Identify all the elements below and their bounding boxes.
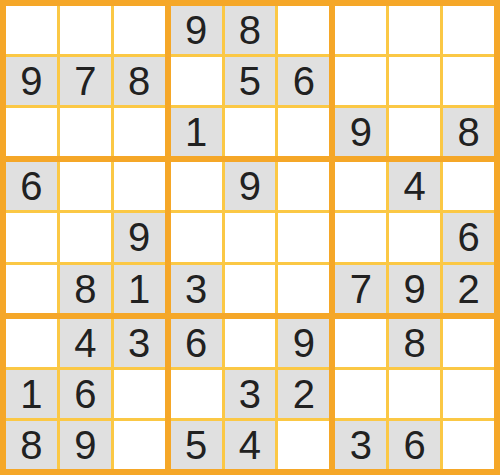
- cell-r3c9: 8: [443, 108, 494, 156]
- cell-r5c8[interactable]: [389, 213, 440, 261]
- sudoku-board: 978985619869819346792431689693254836: [0, 0, 500, 475]
- cell-r2c9[interactable]: [443, 57, 494, 105]
- cell-r4c6[interactable]: [278, 162, 329, 210]
- cell-r6c2: 8: [60, 265, 111, 313]
- block-7: 431689: [6, 319, 165, 469]
- cell-r5c6[interactable]: [278, 213, 329, 261]
- cell-r3c6[interactable]: [278, 108, 329, 156]
- block-6: 46792: [335, 162, 494, 312]
- cell-r8c5: 3: [225, 370, 276, 418]
- cell-r1c9[interactable]: [443, 6, 494, 54]
- cell-r7c5[interactable]: [225, 319, 276, 367]
- block-2: 98561: [171, 6, 330, 156]
- cell-r7c3: 3: [114, 319, 165, 367]
- cell-r3c4: 1: [171, 108, 222, 156]
- cell-r8c1: 1: [6, 370, 57, 418]
- cell-r5c2[interactable]: [60, 213, 111, 261]
- cell-r1c1[interactable]: [6, 6, 57, 54]
- cell-r5c1[interactable]: [6, 213, 57, 261]
- cell-r4c9[interactable]: [443, 162, 494, 210]
- cell-r3c2[interactable]: [60, 108, 111, 156]
- cell-r5c5[interactable]: [225, 213, 276, 261]
- cell-r4c5: 9: [225, 162, 276, 210]
- cell-r4c1: 6: [6, 162, 57, 210]
- cell-r7c4: 6: [171, 319, 222, 367]
- cell-r4c2[interactable]: [60, 162, 111, 210]
- cell-r6c1[interactable]: [6, 265, 57, 313]
- cell-r3c7: 9: [335, 108, 386, 156]
- cell-r8c9[interactable]: [443, 370, 494, 418]
- cell-r3c5[interactable]: [225, 108, 276, 156]
- cell-r4c4[interactable]: [171, 162, 222, 210]
- cell-r9c6[interactable]: [278, 421, 329, 469]
- cell-r8c4[interactable]: [171, 370, 222, 418]
- cell-r4c8: 4: [389, 162, 440, 210]
- cell-r7c1[interactable]: [6, 319, 57, 367]
- cell-r2c1: 9: [6, 57, 57, 105]
- cell-r8c3[interactable]: [114, 370, 165, 418]
- cell-r9c8: 6: [389, 421, 440, 469]
- cell-r2c3: 8: [114, 57, 165, 105]
- cell-r9c5: 4: [225, 421, 276, 469]
- cell-r7c8: 8: [389, 319, 440, 367]
- block-8: 693254: [171, 319, 330, 469]
- cell-r8c8[interactable]: [389, 370, 440, 418]
- cell-r2c8[interactable]: [389, 57, 440, 105]
- cell-r6c4: 3: [171, 265, 222, 313]
- cell-r1c7[interactable]: [335, 6, 386, 54]
- cell-r1c6[interactable]: [278, 6, 329, 54]
- cell-r5c9: 6: [443, 213, 494, 261]
- cell-r9c9[interactable]: [443, 421, 494, 469]
- cell-r1c8[interactable]: [389, 6, 440, 54]
- cell-r1c5: 8: [225, 6, 276, 54]
- cell-r5c7[interactable]: [335, 213, 386, 261]
- cell-r1c2[interactable]: [60, 6, 111, 54]
- cell-r6c3: 1: [114, 265, 165, 313]
- cell-r2c4[interactable]: [171, 57, 222, 105]
- cell-r8c7[interactable]: [335, 370, 386, 418]
- block-5: 93: [171, 162, 330, 312]
- cell-r5c3: 9: [114, 213, 165, 261]
- cell-r4c7[interactable]: [335, 162, 386, 210]
- cell-r2c5: 5: [225, 57, 276, 105]
- cell-r6c6[interactable]: [278, 265, 329, 313]
- cell-r2c7[interactable]: [335, 57, 386, 105]
- cell-r7c2: 4: [60, 319, 111, 367]
- block-3: 98: [335, 6, 494, 156]
- block-4: 6981: [6, 162, 165, 312]
- cell-r7c7[interactable]: [335, 319, 386, 367]
- cell-r6c8: 9: [389, 265, 440, 313]
- cell-r7c9[interactable]: [443, 319, 494, 367]
- cell-r3c1[interactable]: [6, 108, 57, 156]
- cell-r9c3[interactable]: [114, 421, 165, 469]
- cell-r6c9: 2: [443, 265, 494, 313]
- cell-r8c6: 2: [278, 370, 329, 418]
- cell-r8c2: 6: [60, 370, 111, 418]
- cell-r6c5[interactable]: [225, 265, 276, 313]
- cell-r2c2: 7: [60, 57, 111, 105]
- cell-r9c2: 9: [60, 421, 111, 469]
- cell-r4c3[interactable]: [114, 162, 165, 210]
- block-9: 836: [335, 319, 494, 469]
- cell-r1c4: 9: [171, 6, 222, 54]
- block-1: 978: [6, 6, 165, 156]
- cell-r3c3[interactable]: [114, 108, 165, 156]
- cell-r2c6: 6: [278, 57, 329, 105]
- cell-r9c4: 5: [171, 421, 222, 469]
- cell-r3c8[interactable]: [389, 108, 440, 156]
- cell-r5c4[interactable]: [171, 213, 222, 261]
- cell-r6c7: 7: [335, 265, 386, 313]
- cell-r9c7: 3: [335, 421, 386, 469]
- cell-r7c6: 9: [278, 319, 329, 367]
- cell-r1c3[interactable]: [114, 6, 165, 54]
- cell-r9c1: 8: [6, 421, 57, 469]
